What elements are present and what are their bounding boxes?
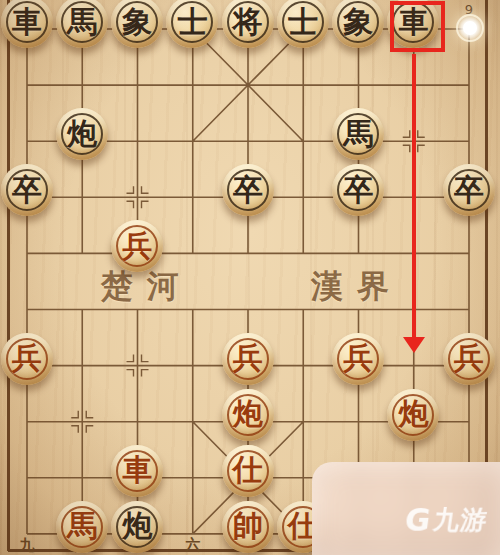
piece-red-soldier[interactable]: 兵	[443, 333, 495, 385]
watermark: G 九游	[403, 503, 490, 538]
piece-black-cannon[interactable]: 炮	[56, 108, 108, 160]
piece-glyph: 炮	[111, 501, 163, 553]
piece-black-elephant[interactable]: 象	[332, 0, 384, 48]
piece-black-soldier[interactable]: 卒	[222, 164, 274, 216]
sparkle-marker-icon	[463, 21, 477, 35]
piece-red-soldier[interactable]: 兵	[222, 333, 274, 385]
move-arrow-line	[412, 54, 416, 337]
piece-black-elephant[interactable]: 象	[111, 0, 163, 48]
piece-glyph: 炮	[387, 389, 439, 441]
move-arrow-head-icon	[403, 337, 425, 353]
piece-glyph: 馬	[56, 0, 108, 48]
piece-glyph: 卒	[1, 164, 53, 216]
piece-black-chariot[interactable]: 車	[1, 0, 53, 48]
piece-red-horse[interactable]: 馬	[56, 501, 108, 553]
piece-glyph: 象	[332, 0, 384, 48]
piece-black-horse[interactable]: 馬	[332, 108, 384, 160]
piece-red-general[interactable]: 帥	[222, 501, 274, 553]
piece-glyph: 炮	[56, 108, 108, 160]
xiangqi-board-screenshot: 楚河 漢界 123456789九八七六五四三二一 車馬象士将士象車炮馬卒卒卒卒兵…	[0, 0, 500, 555]
piece-glyph: 車	[1, 0, 53, 48]
piece-red-soldier[interactable]: 兵	[1, 333, 53, 385]
piece-glyph: 仕	[222, 445, 274, 497]
piece-glyph: 兵	[1, 333, 53, 385]
piece-glyph: 兵	[332, 333, 384, 385]
piece-glyph: 将	[222, 0, 274, 48]
piece-red-soldier[interactable]: 兵	[332, 333, 384, 385]
piece-glyph: 士	[277, 0, 329, 48]
piece-glyph: 馬	[332, 108, 384, 160]
piece-glyph: 士	[166, 0, 218, 48]
piece-black-advisor[interactable]: 士	[277, 0, 329, 48]
piece-black-general[interactable]: 将	[222, 0, 274, 48]
piece-black-horse[interactable]: 馬	[56, 0, 108, 48]
piece-black-soldier[interactable]: 卒	[1, 164, 53, 216]
piece-red-cannon[interactable]: 炮	[387, 389, 439, 441]
piece-black-cannon[interactable]: 炮	[111, 501, 163, 553]
watermark-text: 九游	[431, 503, 490, 538]
piece-glyph: 馬	[56, 501, 108, 553]
piece-glyph: 車	[111, 445, 163, 497]
piece-glyph: 卒	[443, 164, 495, 216]
watermark-logo-icon: G	[403, 505, 433, 536]
piece-glyph: 炮	[222, 389, 274, 441]
piece-black-soldier[interactable]: 卒	[443, 164, 495, 216]
piece-glyph: 卒	[332, 164, 384, 216]
piece-glyph: 象	[111, 0, 163, 48]
piece-glyph: 帥	[222, 501, 274, 553]
piece-glyph: 兵	[222, 333, 274, 385]
piece-black-soldier[interactable]: 卒	[332, 164, 384, 216]
piece-red-cannon[interactable]: 炮	[222, 389, 274, 441]
highlight-box	[390, 1, 445, 52]
piece-black-advisor[interactable]: 士	[166, 0, 218, 48]
piece-red-soldier[interactable]: 兵	[111, 220, 163, 272]
piece-glyph: 兵	[443, 333, 495, 385]
piece-glyph: 卒	[222, 164, 274, 216]
piece-red-chariot[interactable]: 車	[111, 445, 163, 497]
piece-glyph: 兵	[111, 220, 163, 272]
piece-red-advisor[interactable]: 仕	[222, 445, 274, 497]
